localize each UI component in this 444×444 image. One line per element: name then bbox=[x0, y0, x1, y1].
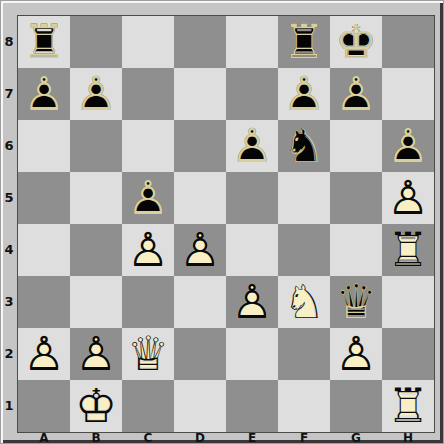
pawn-glyph-outline: ♙ bbox=[382, 171, 434, 223]
file-labels: ABCDEFGH bbox=[18, 432, 434, 444]
square-g3[interactable]: ♛♕ bbox=[330, 276, 382, 328]
square-a2[interactable]: ♟♙ bbox=[18, 328, 70, 380]
black-pawn[interactable]: ♟♙ bbox=[278, 68, 330, 120]
square-c7[interactable] bbox=[122, 68, 174, 120]
square-b1[interactable]: ♚♔ bbox=[70, 380, 122, 432]
square-d3[interactable] bbox=[174, 276, 226, 328]
file-label-f: F bbox=[278, 432, 330, 444]
black-pawn[interactable]: ♟♙ bbox=[70, 68, 122, 120]
square-g8[interactable]: ♚♔ bbox=[330, 16, 382, 68]
square-h5[interactable]: ♟♙ bbox=[382, 172, 434, 224]
square-a6[interactable] bbox=[18, 120, 70, 172]
file-label-e: E bbox=[226, 432, 278, 444]
square-d2[interactable] bbox=[174, 328, 226, 380]
square-f7[interactable]: ♟♙ bbox=[278, 68, 330, 120]
white-rook[interactable]: ♜♖ bbox=[382, 380, 434, 432]
square-c8[interactable] bbox=[122, 16, 174, 68]
square-f2[interactable] bbox=[278, 328, 330, 380]
square-e8[interactable] bbox=[226, 16, 278, 68]
rank-label-3: 3 bbox=[1, 276, 17, 328]
square-e3[interactable]: ♟♙ bbox=[226, 276, 278, 328]
file-label-b: B bbox=[70, 432, 122, 444]
black-rook[interactable]: ♜♖ bbox=[278, 16, 330, 68]
square-g7[interactable]: ♟♙ bbox=[330, 68, 382, 120]
square-h6[interactable]: ♟♙ bbox=[382, 120, 434, 172]
white-pawn[interactable]: ♟♙ bbox=[70, 328, 122, 380]
black-pawn[interactable]: ♟♙ bbox=[122, 172, 174, 224]
square-a5[interactable] bbox=[18, 172, 70, 224]
square-d4[interactable]: ♟♙ bbox=[174, 224, 226, 276]
square-d8[interactable] bbox=[174, 16, 226, 68]
square-c1[interactable] bbox=[122, 380, 174, 432]
pawn-glyph-outline: ♙ bbox=[226, 275, 278, 327]
square-e5[interactable] bbox=[226, 172, 278, 224]
rook-glyph-outline: ♖ bbox=[382, 223, 434, 275]
rank-label-7: 7 bbox=[1, 68, 17, 120]
square-e7[interactable] bbox=[226, 68, 278, 120]
rank-label-2: 2 bbox=[1, 328, 17, 380]
pawn-glyph-outline: ♙ bbox=[174, 223, 226, 275]
square-g6[interactable] bbox=[330, 120, 382, 172]
file-label-a: A bbox=[18, 432, 70, 444]
file-label-g: G bbox=[330, 432, 382, 444]
square-f4[interactable] bbox=[278, 224, 330, 276]
square-f1[interactable] bbox=[278, 380, 330, 432]
square-d6[interactable] bbox=[174, 120, 226, 172]
knight-glyph-outline: ♘ bbox=[278, 119, 330, 171]
pawn-glyph-outline: ♙ bbox=[330, 327, 382, 379]
white-pawn[interactable]: ♟♙ bbox=[174, 224, 226, 276]
square-a8[interactable]: ♜♖ bbox=[18, 16, 70, 68]
square-a4[interactable] bbox=[18, 224, 70, 276]
black-pawn[interactable]: ♟♙ bbox=[18, 68, 70, 120]
pawn-glyph-outline: ♙ bbox=[278, 67, 330, 119]
white-knight[interactable]: ♞♘ bbox=[278, 276, 330, 328]
square-f5[interactable] bbox=[278, 172, 330, 224]
pawn-glyph-outline: ♙ bbox=[382, 119, 434, 171]
queen-glyph-outline: ♕ bbox=[330, 275, 382, 327]
square-b6[interactable] bbox=[70, 120, 122, 172]
square-b3[interactable] bbox=[70, 276, 122, 328]
square-h7[interactable] bbox=[382, 68, 434, 120]
square-c2[interactable]: ♛♕ bbox=[122, 328, 174, 380]
square-g2[interactable]: ♟♙ bbox=[330, 328, 382, 380]
rank-labels: 87654321 bbox=[1, 16, 17, 432]
rank-label-1: 1 bbox=[1, 380, 17, 432]
pawn-glyph-outline: ♙ bbox=[18, 67, 70, 119]
pawn-glyph-outline: ♙ bbox=[226, 119, 278, 171]
rook-glyph-outline: ♖ bbox=[278, 15, 330, 67]
square-b8[interactable] bbox=[70, 16, 122, 68]
square-h8[interactable] bbox=[382, 16, 434, 68]
rook-glyph-outline: ♖ bbox=[382, 379, 434, 431]
rank-label-6: 6 bbox=[1, 120, 17, 172]
square-d5[interactable] bbox=[174, 172, 226, 224]
rank-label-5: 5 bbox=[1, 172, 17, 224]
white-rook[interactable]: ♜♖ bbox=[382, 224, 434, 276]
chess-board: ♜♖♜♖♚♔♟♙♟♙♟♙♟♙♟♙♞♘♟♙♟♙♟♙♟♙♟♙♜♖♟♙♞♘♛♕♟♙♟♙… bbox=[17, 15, 435, 433]
square-c4[interactable]: ♟♙ bbox=[122, 224, 174, 276]
pawn-glyph-outline: ♙ bbox=[330, 67, 382, 119]
pawn-glyph-outline: ♙ bbox=[122, 223, 174, 275]
black-knight[interactable]: ♞♘ bbox=[278, 120, 330, 172]
white-king[interactable]: ♚♔ bbox=[70, 380, 122, 432]
square-d7[interactable] bbox=[174, 68, 226, 120]
square-c5[interactable]: ♟♙ bbox=[122, 172, 174, 224]
square-h2[interactable] bbox=[382, 328, 434, 380]
square-h4[interactable]: ♜♖ bbox=[382, 224, 434, 276]
queen-glyph-outline: ♕ bbox=[122, 327, 174, 379]
square-f3[interactable]: ♞♘ bbox=[278, 276, 330, 328]
white-pawn[interactable]: ♟♙ bbox=[330, 328, 382, 380]
square-b5[interactable] bbox=[70, 172, 122, 224]
chess-diagram: 87654321 ♜♖♜♖♚♔♟♙♟♙♟♙♟♙♟♙♞♘♟♙♟♙♟♙♟♙♟♙♜♖♟… bbox=[0, 0, 444, 444]
king-glyph-outline: ♔ bbox=[70, 379, 122, 431]
square-e1[interactable] bbox=[226, 380, 278, 432]
pawn-glyph-outline: ♙ bbox=[122, 171, 174, 223]
file-label-c: C bbox=[122, 432, 174, 444]
black-pawn[interactable]: ♟♙ bbox=[226, 120, 278, 172]
square-e6[interactable]: ♟♙ bbox=[226, 120, 278, 172]
pawn-glyph-outline: ♙ bbox=[70, 67, 122, 119]
square-a3[interactable] bbox=[18, 276, 70, 328]
square-g4[interactable] bbox=[330, 224, 382, 276]
square-h1[interactable]: ♜♖ bbox=[382, 380, 434, 432]
square-b2[interactable]: ♟♙ bbox=[70, 328, 122, 380]
white-pawn[interactable]: ♟♙ bbox=[382, 172, 434, 224]
square-g5[interactable] bbox=[330, 172, 382, 224]
white-pawn[interactable]: ♟♙ bbox=[226, 276, 278, 328]
black-queen[interactable]: ♛♕ bbox=[330, 276, 382, 328]
square-b4[interactable] bbox=[70, 224, 122, 276]
black-rook[interactable]: ♜♖ bbox=[18, 16, 70, 68]
square-f8[interactable]: ♜♖ bbox=[278, 16, 330, 68]
square-e4[interactable] bbox=[226, 224, 278, 276]
square-a7[interactable]: ♟♙ bbox=[18, 68, 70, 120]
white-pawn[interactable]: ♟♙ bbox=[122, 224, 174, 276]
black-king[interactable]: ♚♔ bbox=[330, 16, 382, 68]
white-pawn[interactable]: ♟♙ bbox=[18, 328, 70, 380]
square-h3[interactable] bbox=[382, 276, 434, 328]
white-queen[interactable]: ♛♕ bbox=[122, 328, 174, 380]
square-g1[interactable] bbox=[330, 380, 382, 432]
file-label-h: H bbox=[382, 432, 434, 444]
rank-label-4: 4 bbox=[1, 224, 17, 276]
king-glyph-outline: ♔ bbox=[330, 15, 382, 67]
square-e2[interactable] bbox=[226, 328, 278, 380]
square-c6[interactable] bbox=[122, 120, 174, 172]
square-c3[interactable] bbox=[122, 276, 174, 328]
black-pawn[interactable]: ♟♙ bbox=[382, 120, 434, 172]
black-pawn[interactable]: ♟♙ bbox=[330, 68, 382, 120]
pawn-glyph-outline: ♙ bbox=[18, 327, 70, 379]
square-f6[interactable]: ♞♘ bbox=[278, 120, 330, 172]
square-a1[interactable] bbox=[18, 380, 70, 432]
pawn-glyph-outline: ♙ bbox=[70, 327, 122, 379]
square-b7[interactable]: ♟♙ bbox=[70, 68, 122, 120]
rank-label-8: 8 bbox=[1, 16, 17, 68]
rook-glyph-outline: ♖ bbox=[18, 15, 70, 67]
knight-glyph-outline: ♘ bbox=[278, 275, 330, 327]
square-d1[interactable] bbox=[174, 380, 226, 432]
file-label-d: D bbox=[174, 432, 226, 444]
